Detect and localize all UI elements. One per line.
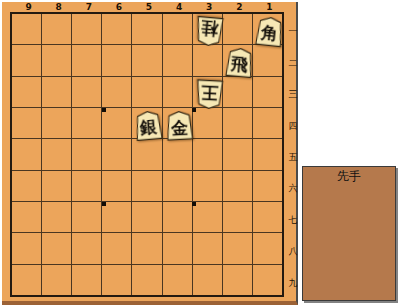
board-cell[interactable]	[42, 265, 71, 295]
rank-label-1: 一	[287, 26, 299, 36]
board-cell[interactable]	[12, 14, 41, 44]
board-cell[interactable]	[223, 77, 252, 107]
board-cell[interactable]	[193, 139, 222, 169]
board-cell[interactable]	[223, 202, 252, 232]
rank-label-7: 七	[287, 215, 299, 225]
board-cell[interactable]	[42, 45, 71, 75]
file-label-8: 8	[56, 2, 62, 12]
piece-kanji: 銀	[140, 118, 158, 136]
board-cell[interactable]	[12, 202, 41, 232]
file-label-1: 1	[266, 2, 272, 12]
piece-kanji: 金	[170, 119, 188, 137]
rank-label-6: 六	[287, 183, 299, 193]
rank-label-3: 三	[287, 89, 299, 99]
rank-label-9: 九	[287, 278, 299, 288]
piece-gote-knight-31[interactable]: 桂	[194, 16, 223, 47]
rank-label-4: 四	[287, 121, 299, 131]
board-cell[interactable]	[193, 265, 222, 295]
board-cell[interactable]	[72, 265, 101, 295]
board-cell[interactable]	[193, 202, 222, 232]
board-cell[interactable]	[193, 45, 222, 75]
sente-hand-label: 先手	[303, 169, 395, 184]
board-cell[interactable]	[102, 171, 131, 201]
board-cell[interactable]	[132, 265, 161, 295]
board-cell[interactable]	[253, 265, 282, 295]
sente-hand-tray[interactable]: 先手	[302, 166, 396, 301]
file-label-3: 3	[206, 2, 212, 12]
board-cell[interactable]	[12, 45, 41, 75]
rank-label-8: 八	[287, 246, 299, 256]
board-cell[interactable]	[72, 171, 101, 201]
board-cell[interactable]	[12, 77, 41, 107]
piece-kanji: 桂	[200, 20, 218, 38]
board-cell[interactable]	[72, 108, 101, 138]
board-cell[interactable]	[72, 233, 101, 263]
board-cell[interactable]	[72, 202, 101, 232]
board-cell[interactable]	[132, 233, 161, 263]
board-cell[interactable]	[102, 139, 131, 169]
board-cell[interactable]	[253, 77, 282, 107]
file-label-9: 9	[25, 2, 31, 12]
piece-kanji: 角	[260, 24, 279, 43]
board-cell[interactable]	[223, 14, 252, 44]
board-cell[interactable]	[12, 171, 41, 201]
board-cell[interactable]	[42, 77, 71, 107]
star-point-dot	[102, 108, 106, 112]
board-cell[interactable]	[102, 233, 131, 263]
piece-sente-silver-54[interactable]: 銀	[134, 110, 163, 141]
star-point-dot	[192, 202, 196, 206]
board-cell[interactable]	[163, 202, 192, 232]
board-cell[interactable]	[72, 77, 101, 107]
piece-gote-king-33[interactable]: 王	[195, 79, 223, 109]
file-label-4: 4	[176, 2, 182, 12]
board-cell[interactable]	[132, 171, 161, 201]
board-cell[interactable]	[132, 45, 161, 75]
board-cell[interactable]	[42, 171, 71, 201]
board-cell[interactable]	[163, 45, 192, 75]
board-cell[interactable]	[72, 45, 101, 75]
file-label-6: 6	[116, 2, 122, 12]
star-point-dot	[192, 108, 196, 112]
shogi-board: 987654321 一二三四五六七八九 桂角飛王銀金	[2, 2, 298, 305]
board-cell[interactable]	[132, 202, 161, 232]
board-cell[interactable]	[42, 139, 71, 169]
piece-sente-gold-44[interactable]: 金	[165, 110, 193, 140]
board-cell[interactable]	[12, 139, 41, 169]
board-cell[interactable]	[253, 202, 282, 232]
board-cell[interactable]	[163, 265, 192, 295]
board-cell[interactable]	[163, 233, 192, 263]
board-cell[interactable]	[253, 171, 282, 201]
board-cell[interactable]	[12, 265, 41, 295]
board-cell[interactable]	[223, 233, 252, 263]
board-cell[interactable]	[253, 139, 282, 169]
piece-kanji: 王	[200, 83, 218, 101]
board-cell[interactable]	[72, 14, 101, 44]
board-cell[interactable]	[42, 108, 71, 138]
rank-label-2: 二	[287, 58, 299, 68]
board-cell[interactable]	[42, 202, 71, 232]
board-cell[interactable]	[193, 233, 222, 263]
piece-sente-bishop-11[interactable]: 角	[254, 15, 284, 47]
board-cell[interactable]	[42, 14, 71, 44]
board-cell[interactable]	[132, 77, 161, 107]
board-cell[interactable]	[163, 171, 192, 201]
board-cell[interactable]	[42, 233, 71, 263]
board-cell[interactable]	[102, 77, 131, 107]
board-cell[interactable]	[163, 14, 192, 44]
piece-kanji: 飛	[230, 55, 248, 73]
board-cell[interactable]	[253, 108, 282, 138]
board-cell[interactable]	[102, 108, 131, 138]
board-cell[interactable]	[253, 233, 282, 263]
board-cell[interactable]	[163, 139, 192, 169]
board-cell[interactable]	[223, 139, 252, 169]
piece-sente-rook-22[interactable]: 飛	[225, 47, 254, 78]
file-label-7: 7	[86, 2, 92, 12]
board-cell[interactable]	[193, 108, 222, 138]
board-cell[interactable]	[102, 14, 131, 44]
board-cell[interactable]	[163, 77, 192, 107]
board-cell[interactable]	[223, 171, 252, 201]
board-cell[interactable]	[132, 139, 161, 169]
board-cell[interactable]	[102, 45, 131, 75]
board-cell[interactable]	[253, 45, 282, 75]
board-cell[interactable]	[132, 14, 161, 44]
rank-label-5: 五	[287, 152, 299, 162]
board-cell[interactable]	[223, 265, 252, 295]
board-cell[interactable]	[102, 202, 131, 232]
star-point-dot	[102, 202, 106, 206]
board-cell[interactable]	[12, 108, 41, 138]
board-cell[interactable]	[193, 171, 222, 201]
file-label-2: 2	[236, 2, 242, 12]
board-cell[interactable]	[12, 233, 41, 263]
file-label-5: 5	[146, 2, 152, 12]
board-cell[interactable]	[102, 265, 131, 295]
board-cell[interactable]	[72, 139, 101, 169]
board-cell[interactable]	[223, 108, 252, 138]
